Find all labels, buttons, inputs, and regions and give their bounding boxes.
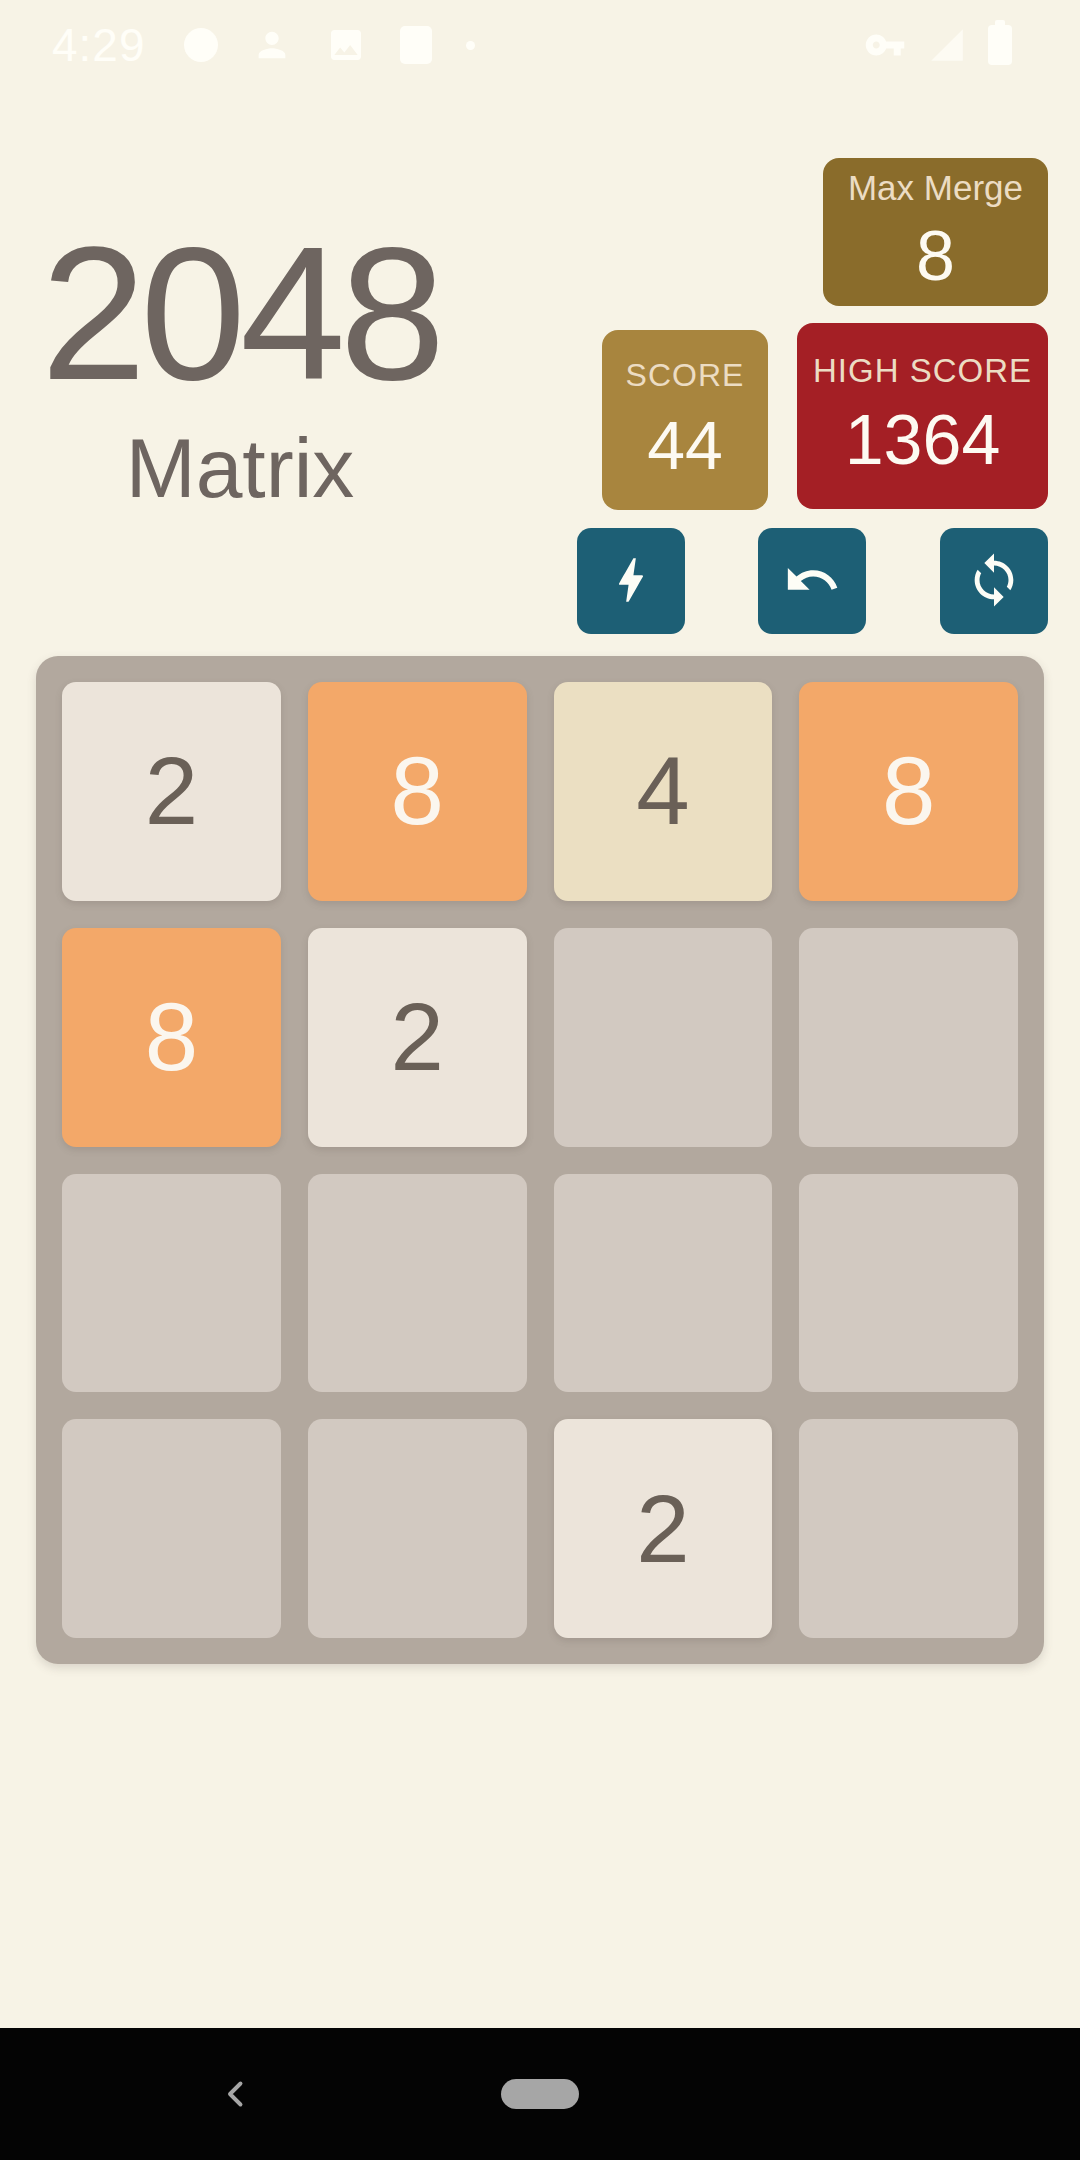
empty-cell-r3c2 bbox=[308, 1174, 527, 1393]
max-merge-badge: Max Merge 8 bbox=[823, 158, 1048, 306]
refresh-icon bbox=[965, 551, 1023, 612]
signal-icon bbox=[928, 26, 966, 64]
system-icons bbox=[864, 24, 1012, 66]
vpn-key-icon bbox=[864, 24, 906, 66]
score-label: SCORE bbox=[626, 357, 745, 394]
empty-cell-r4c1 bbox=[62, 1419, 281, 1638]
back-chevron-icon[interactable] bbox=[218, 2076, 254, 2112]
empty-cell-r4c4 bbox=[799, 1419, 1018, 1638]
board[interactable]: 2848822 bbox=[36, 656, 1044, 1664]
empty-cell-r3c4 bbox=[799, 1174, 1018, 1393]
tile-2-r1c1: 2 bbox=[62, 682, 281, 901]
screenshot-icon bbox=[400, 26, 432, 64]
tile-2-r2c2: 2 bbox=[308, 928, 527, 1147]
notification-icons bbox=[184, 25, 475, 65]
max-merge-label: Max Merge bbox=[848, 168, 1023, 208]
more-notifications-dot bbox=[466, 41, 475, 50]
app-screen: 4:29 2048 Matrix Max Merge bbox=[0, 0, 1080, 2160]
tile-8-r1c2: 8 bbox=[308, 682, 527, 901]
score-value: 44 bbox=[647, 406, 723, 484]
navigation-bar bbox=[0, 2028, 1080, 2160]
high-score-badge: HIGH SCORE 1364 bbox=[797, 323, 1048, 509]
tile-4-r1c3: 4 bbox=[554, 682, 773, 901]
undo-arrow-icon bbox=[783, 551, 841, 612]
tile-2-r4c3: 2 bbox=[554, 1419, 773, 1638]
notification-circle-icon bbox=[184, 28, 218, 62]
app-title-block: 2048 Matrix bbox=[38, 218, 442, 510]
clock: 4:29 bbox=[52, 18, 146, 72]
high-score-label: HIGH SCORE bbox=[813, 352, 1032, 390]
boost-button[interactable] bbox=[577, 528, 685, 634]
page-title: 2048 bbox=[38, 218, 442, 408]
score-badge: SCORE 44 bbox=[602, 330, 768, 510]
person-icon bbox=[252, 25, 292, 65]
page-subtitle: Matrix bbox=[38, 426, 442, 510]
empty-cell-r3c3 bbox=[554, 1174, 773, 1393]
restart-button[interactable] bbox=[940, 528, 1048, 634]
high-score-value: 1364 bbox=[845, 400, 1001, 480]
empty-cell-r3c1 bbox=[62, 1174, 281, 1393]
status-bar: 4:29 bbox=[0, 0, 1080, 90]
photo-icon bbox=[326, 25, 366, 65]
undo-button[interactable] bbox=[758, 528, 866, 634]
tile-8-r2c1: 8 bbox=[62, 928, 281, 1147]
tile-8-r1c4: 8 bbox=[799, 682, 1018, 901]
empty-cell-r2c4 bbox=[799, 928, 1018, 1147]
home-pill[interactable] bbox=[501, 2079, 579, 2109]
empty-cell-r4c2 bbox=[308, 1419, 527, 1638]
max-merge-value: 8 bbox=[916, 216, 955, 296]
battery-icon bbox=[988, 25, 1012, 65]
empty-cell-r2c3 bbox=[554, 928, 773, 1147]
lightning-bolt-icon bbox=[602, 551, 660, 612]
